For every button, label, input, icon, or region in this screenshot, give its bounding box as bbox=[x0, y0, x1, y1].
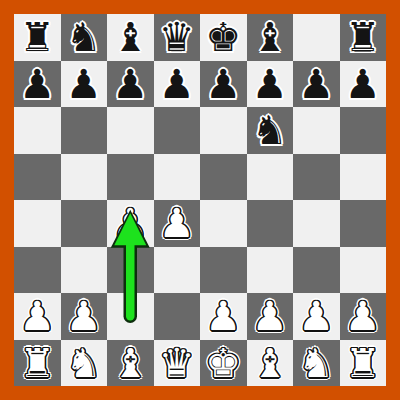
square-f2[interactable]: ♟ bbox=[247, 293, 294, 340]
square-h6[interactable] bbox=[340, 107, 387, 154]
square-h8[interactable]: ♜ bbox=[340, 14, 387, 61]
square-d3[interactable] bbox=[154, 247, 201, 294]
square-a5[interactable] bbox=[14, 154, 61, 201]
white-pawn[interactable]: ♟ bbox=[298, 293, 334, 339]
square-a8[interactable]: ♜ bbox=[14, 14, 61, 61]
black-knight[interactable]: ♞ bbox=[66, 14, 102, 60]
square-e7[interactable]: ♟ bbox=[200, 61, 247, 108]
square-h5[interactable] bbox=[340, 154, 387, 201]
square-a6[interactable] bbox=[14, 107, 61, 154]
white-bishop[interactable]: ♝ bbox=[112, 340, 148, 386]
square-g6[interactable] bbox=[293, 107, 340, 154]
black-pawn[interactable]: ♟ bbox=[19, 61, 55, 107]
square-d7[interactable]: ♟ bbox=[154, 61, 201, 108]
square-e5[interactable] bbox=[200, 154, 247, 201]
square-c1[interactable]: ♝ bbox=[107, 340, 154, 387]
square-e6[interactable] bbox=[200, 107, 247, 154]
square-g4[interactable] bbox=[293, 200, 340, 247]
square-b2[interactable]: ♟ bbox=[61, 293, 108, 340]
white-rook[interactable]: ♜ bbox=[345, 340, 381, 386]
black-pawn[interactable]: ♟ bbox=[159, 61, 195, 107]
square-g5[interactable] bbox=[293, 154, 340, 201]
square-g1[interactable]: ♞ bbox=[293, 340, 340, 387]
black-pawn[interactable]: ♟ bbox=[252, 61, 288, 107]
square-b4[interactable] bbox=[61, 200, 108, 247]
square-h7[interactable]: ♟ bbox=[340, 61, 387, 108]
white-rook[interactable]: ♜ bbox=[19, 340, 55, 386]
black-pawn[interactable]: ♟ bbox=[205, 61, 241, 107]
square-f4[interactable] bbox=[247, 200, 294, 247]
square-b6[interactable] bbox=[61, 107, 108, 154]
white-pawn[interactable]: ♟ bbox=[345, 293, 381, 339]
white-pawn[interactable]: ♟ bbox=[252, 293, 288, 339]
square-d4[interactable]: ♟ bbox=[154, 200, 201, 247]
square-b5[interactable] bbox=[61, 154, 108, 201]
black-pawn[interactable]: ♟ bbox=[66, 61, 102, 107]
square-c6[interactable] bbox=[107, 107, 154, 154]
square-b3[interactable] bbox=[61, 247, 108, 294]
square-a7[interactable]: ♟ bbox=[14, 61, 61, 108]
black-pawn[interactable]: ♟ bbox=[298, 61, 334, 107]
square-a4[interactable] bbox=[14, 200, 61, 247]
black-knight[interactable]: ♞ bbox=[252, 107, 288, 153]
square-d8[interactable]: ♛ bbox=[154, 14, 201, 61]
square-g2[interactable]: ♟ bbox=[293, 293, 340, 340]
black-bishop[interactable]: ♝ bbox=[252, 14, 288, 60]
square-d6[interactable] bbox=[154, 107, 201, 154]
square-b8[interactable]: ♞ bbox=[61, 14, 108, 61]
square-h2[interactable]: ♟ bbox=[340, 293, 387, 340]
square-e4[interactable] bbox=[200, 200, 247, 247]
square-d1[interactable]: ♛ bbox=[154, 340, 201, 387]
square-g3[interactable] bbox=[293, 247, 340, 294]
black-queen[interactable]: ♛ bbox=[159, 14, 195, 60]
white-pawn[interactable]: ♟ bbox=[159, 200, 195, 246]
white-knight[interactable]: ♞ bbox=[66, 340, 102, 386]
black-pawn[interactable]: ♟ bbox=[345, 61, 381, 107]
square-g7[interactable]: ♟ bbox=[293, 61, 340, 108]
square-f1[interactable]: ♝ bbox=[247, 340, 294, 387]
black-rook[interactable]: ♜ bbox=[345, 14, 381, 60]
white-pawn[interactable]: ♟ bbox=[205, 293, 241, 339]
chess-board: ♜♞♝♛♚♝♜♟♟♟♟♟♟♟♟♞♟♟♟♟♟♟♟♟♜♞♝♛♚♝♞♜ bbox=[14, 14, 386, 386]
square-e1[interactable]: ♚ bbox=[200, 340, 247, 387]
square-c5[interactable] bbox=[107, 154, 154, 201]
white-bishop[interactable]: ♝ bbox=[252, 340, 288, 386]
square-e8[interactable]: ♚ bbox=[200, 14, 247, 61]
square-a2[interactable]: ♟ bbox=[14, 293, 61, 340]
black-rook[interactable]: ♜ bbox=[19, 14, 55, 60]
square-c8[interactable]: ♝ bbox=[107, 14, 154, 61]
square-f3[interactable] bbox=[247, 247, 294, 294]
square-f7[interactable]: ♟ bbox=[247, 61, 294, 108]
square-b7[interactable]: ♟ bbox=[61, 61, 108, 108]
square-d5[interactable] bbox=[154, 154, 201, 201]
square-g8[interactable] bbox=[293, 14, 340, 61]
square-f6[interactable]: ♞ bbox=[247, 107, 294, 154]
black-pawn[interactable]: ♟ bbox=[112, 61, 148, 107]
square-f5[interactable] bbox=[247, 154, 294, 201]
white-knight[interactable]: ♞ bbox=[298, 340, 334, 386]
square-a3[interactable] bbox=[14, 247, 61, 294]
square-h1[interactable]: ♜ bbox=[340, 340, 387, 387]
square-d2[interactable] bbox=[154, 293, 201, 340]
square-c7[interactable]: ♟ bbox=[107, 61, 154, 108]
square-c3[interactable] bbox=[107, 247, 154, 294]
board-frame: ♜♞♝♛♚♝♜♟♟♟♟♟♟♟♟♞♟♟♟♟♟♟♟♟♜♞♝♛♚♝♞♜ bbox=[0, 0, 400, 400]
white-queen[interactable]: ♛ bbox=[159, 340, 195, 386]
black-king[interactable]: ♚ bbox=[205, 14, 241, 60]
square-a1[interactable]: ♜ bbox=[14, 340, 61, 387]
square-c2[interactable] bbox=[107, 293, 154, 340]
square-h4[interactable] bbox=[340, 200, 387, 247]
square-c4[interactable]: ♟ bbox=[107, 200, 154, 247]
square-f8[interactable]: ♝ bbox=[247, 14, 294, 61]
white-pawn[interactable]: ♟ bbox=[66, 293, 102, 339]
square-e3[interactable] bbox=[200, 247, 247, 294]
square-h3[interactable] bbox=[340, 247, 387, 294]
white-king[interactable]: ♚ bbox=[205, 340, 241, 386]
square-e2[interactable]: ♟ bbox=[200, 293, 247, 340]
black-bishop[interactable]: ♝ bbox=[112, 14, 148, 60]
white-pawn[interactable]: ♟ bbox=[112, 200, 148, 246]
white-pawn[interactable]: ♟ bbox=[19, 293, 55, 339]
square-b1[interactable]: ♞ bbox=[61, 340, 108, 387]
